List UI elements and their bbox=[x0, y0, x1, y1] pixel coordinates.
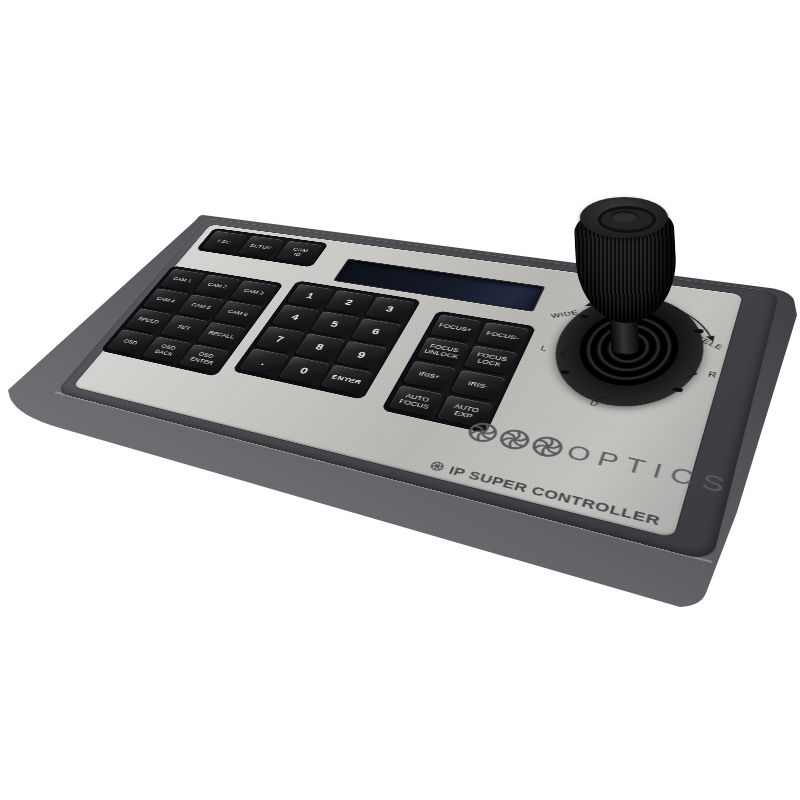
key-label: SETUP bbox=[249, 243, 273, 250]
key-label: OSD bbox=[116, 337, 144, 347]
key-focus-lock[interactable]: FOCUS LOCK bbox=[464, 345, 518, 374]
key-label: 7 bbox=[274, 334, 287, 344]
key-enter[interactable]: ENTER bbox=[320, 365, 373, 395]
key-label: 2 bbox=[343, 298, 355, 307]
key-9[interactable]: 9 bbox=[336, 341, 388, 370]
key-label: CAM 5 bbox=[187, 302, 215, 311]
key-label: . bbox=[259, 357, 269, 367]
key-label: SET bbox=[170, 323, 199, 333]
key-cam-id[interactable]: CAM ID bbox=[275, 241, 322, 264]
key-label: IRIS+ bbox=[409, 369, 450, 383]
key-iris-minus[interactable]: IRIS- bbox=[451, 370, 506, 401]
key-label: CAM 1 bbox=[169, 276, 196, 284]
key-label: FOCUS+ bbox=[436, 322, 476, 334]
key-label: ENTER bbox=[330, 373, 363, 385]
key-label: 5 bbox=[329, 319, 341, 329]
key-label: 4 bbox=[289, 312, 301, 322]
key-auto-focus[interactable]: AUTO FOCUS bbox=[388, 385, 443, 416]
key-6[interactable]: 6 bbox=[351, 318, 402, 345]
key-focus-unlock[interactable]: FOCUS UNLOCK bbox=[417, 337, 469, 365]
key-label: FOCUS UNLOCK bbox=[421, 342, 465, 360]
product-photo-ptz-controller: ESC SETUP CAM ID CAM 1 CAM 2 CAM 3 CAM 4… bbox=[0, 0, 800, 800]
key-label: AUTO FOCUS bbox=[393, 391, 439, 412]
key-setup[interactable]: SETUP bbox=[238, 236, 284, 258]
key-label: OSD BACK bbox=[150, 342, 183, 358]
key-label: RECALL bbox=[206, 330, 236, 340]
key-label: 1 bbox=[304, 291, 316, 300]
key-label: CAM ID bbox=[287, 247, 312, 258]
aperture-icon bbox=[428, 460, 446, 472]
key-label: FOCUS- bbox=[482, 329, 524, 341]
key-label: 6 bbox=[370, 326, 382, 336]
key-label: 8 bbox=[313, 342, 326, 352]
key-label: CAM 3 bbox=[239, 287, 268, 296]
key-label: FOCUS LOCK bbox=[468, 350, 514, 369]
key-label: 0 bbox=[298, 365, 311, 376]
key-label: OSD ENTER bbox=[187, 350, 221, 366]
key-5[interactable]: 5 bbox=[310, 311, 359, 337]
joystick-top-button[interactable] bbox=[611, 211, 638, 223]
key-label: CAM 6 bbox=[223, 308, 252, 318]
key-label: AUTO EXP bbox=[441, 401, 488, 423]
key-label: 3 bbox=[384, 304, 396, 314]
key-2[interactable]: 2 bbox=[325, 290, 373, 315]
key-label: IRIS- bbox=[457, 378, 500, 392]
key-iris-plus[interactable]: IRIS+ bbox=[403, 361, 457, 391]
key-label: ESC bbox=[216, 239, 232, 245]
key-focus-plus[interactable]: FOCUS+ bbox=[430, 315, 481, 342]
key-focus-minus[interactable]: FOCUS- bbox=[476, 322, 529, 350]
key-label: CAM 2 bbox=[203, 281, 231, 290]
key-label: 9 bbox=[355, 350, 368, 361]
key-3[interactable]: 3 bbox=[365, 296, 415, 322]
key-label: CAM 4 bbox=[152, 295, 179, 304]
key-label: SPEED bbox=[135, 316, 163, 326]
